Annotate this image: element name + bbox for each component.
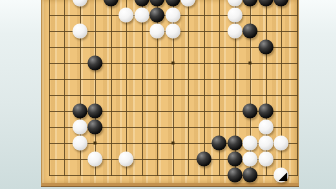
video-frame bbox=[0, 0, 336, 189]
star-point bbox=[171, 141, 174, 144]
white-stone[interactable] bbox=[72, 0, 87, 6]
black-stone[interactable] bbox=[227, 151, 242, 166]
white-stone[interactable] bbox=[243, 151, 258, 166]
grid-line-horizontal bbox=[49, 95, 298, 96]
white-stone[interactable] bbox=[165, 23, 180, 38]
white-stone[interactable] bbox=[150, 23, 165, 38]
grid-line-horizontal bbox=[49, 175, 298, 176]
black-stone[interactable] bbox=[103, 0, 118, 6]
black-stone[interactable] bbox=[212, 135, 227, 150]
black-stone[interactable] bbox=[150, 0, 165, 6]
star-point bbox=[94, 141, 97, 144]
star-point bbox=[171, 61, 174, 64]
white-stone[interactable] bbox=[134, 7, 149, 22]
black-stone[interactable] bbox=[227, 167, 242, 182]
black-stone[interactable] bbox=[258, 39, 273, 54]
white-stone[interactable] bbox=[227, 7, 242, 22]
grid-line-vertical bbox=[111, 0, 112, 176]
grid-line-vertical bbox=[126, 0, 127, 176]
black-stone[interactable] bbox=[88, 119, 103, 134]
black-stone[interactable] bbox=[150, 7, 165, 22]
black-stone[interactable] bbox=[165, 0, 180, 6]
white-stone[interactable] bbox=[243, 135, 258, 150]
black-stone[interactable] bbox=[88, 103, 103, 118]
white-stone[interactable] bbox=[258, 135, 273, 150]
white-stone[interactable] bbox=[119, 7, 134, 22]
black-stone[interactable] bbox=[243, 167, 258, 182]
black-stone[interactable] bbox=[243, 0, 258, 6]
white-stone[interactable] bbox=[227, 0, 242, 6]
white-stone[interactable] bbox=[258, 119, 273, 134]
white-stone[interactable] bbox=[181, 0, 196, 6]
black-stone[interactable] bbox=[274, 0, 289, 6]
grid-line-vertical bbox=[297, 0, 298, 176]
white-stone[interactable] bbox=[258, 151, 273, 166]
black-stone[interactable] bbox=[258, 0, 273, 6]
grid-line-vertical bbox=[49, 0, 50, 176]
black-stone[interactable] bbox=[243, 103, 258, 118]
black-stone[interactable] bbox=[88, 55, 103, 70]
grid-line-vertical bbox=[95, 0, 96, 176]
black-stone[interactable] bbox=[196, 151, 211, 166]
white-stone[interactable] bbox=[88, 151, 103, 166]
last-move-marker bbox=[279, 172, 288, 181]
white-stone[interactable] bbox=[72, 119, 87, 134]
black-stone[interactable] bbox=[72, 103, 87, 118]
go-board[interactable] bbox=[41, 0, 299, 186]
black-stone[interactable] bbox=[243, 23, 258, 38]
white-stone[interactable] bbox=[165, 7, 180, 22]
white-stone[interactable] bbox=[274, 135, 289, 150]
grid-line-vertical bbox=[188, 0, 189, 176]
white-stone[interactable] bbox=[274, 167, 289, 182]
black-stone[interactable] bbox=[258, 103, 273, 118]
white-stone[interactable] bbox=[72, 23, 87, 38]
star-point bbox=[249, 61, 252, 64]
grid-line-vertical bbox=[64, 0, 65, 176]
grid-line-horizontal bbox=[49, 79, 298, 80]
white-stone[interactable] bbox=[227, 23, 242, 38]
grid-line-vertical bbox=[204, 0, 205, 176]
black-stone[interactable] bbox=[227, 135, 242, 150]
grid-line-vertical bbox=[142, 0, 143, 176]
white-stone[interactable] bbox=[72, 135, 87, 150]
black-stone[interactable] bbox=[134, 0, 149, 6]
white-stone[interactable] bbox=[119, 151, 134, 166]
